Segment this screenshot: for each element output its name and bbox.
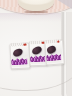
- snack-package-3: [44, 39, 62, 63]
- red-brand-sticker: [57, 40, 60, 42]
- snack-package-1: [9, 43, 28, 68]
- snack-package-2: [28, 41, 46, 65]
- photo-canvas: [0, 0, 72, 96]
